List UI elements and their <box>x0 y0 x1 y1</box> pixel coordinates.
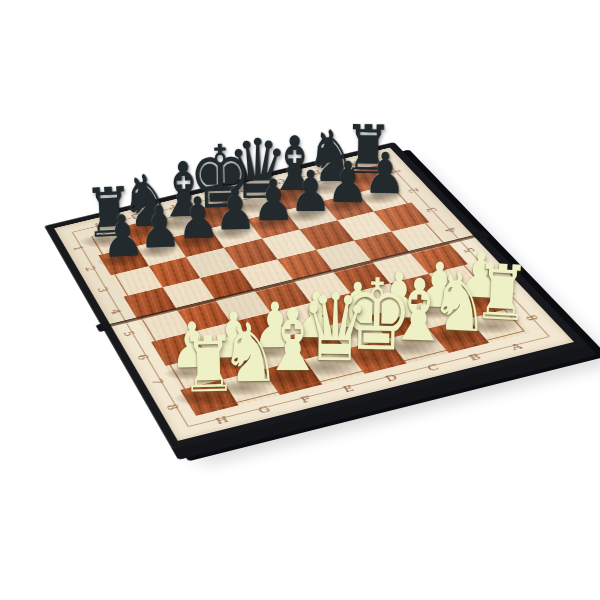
product-photo: 1234567812345678HGFEDCBAHGFEDCBA ♜♞♝♟♛♟♚… <box>0 0 600 600</box>
chess-board: 1234567812345678HGFEDCBAHGFEDCBA <box>44 142 588 449</box>
light-sheen <box>54 148 574 441</box>
board-face: 1234567812345678HGFEDCBAHGFEDCBA <box>54 148 574 441</box>
hinge-left-icon <box>95 322 112 332</box>
